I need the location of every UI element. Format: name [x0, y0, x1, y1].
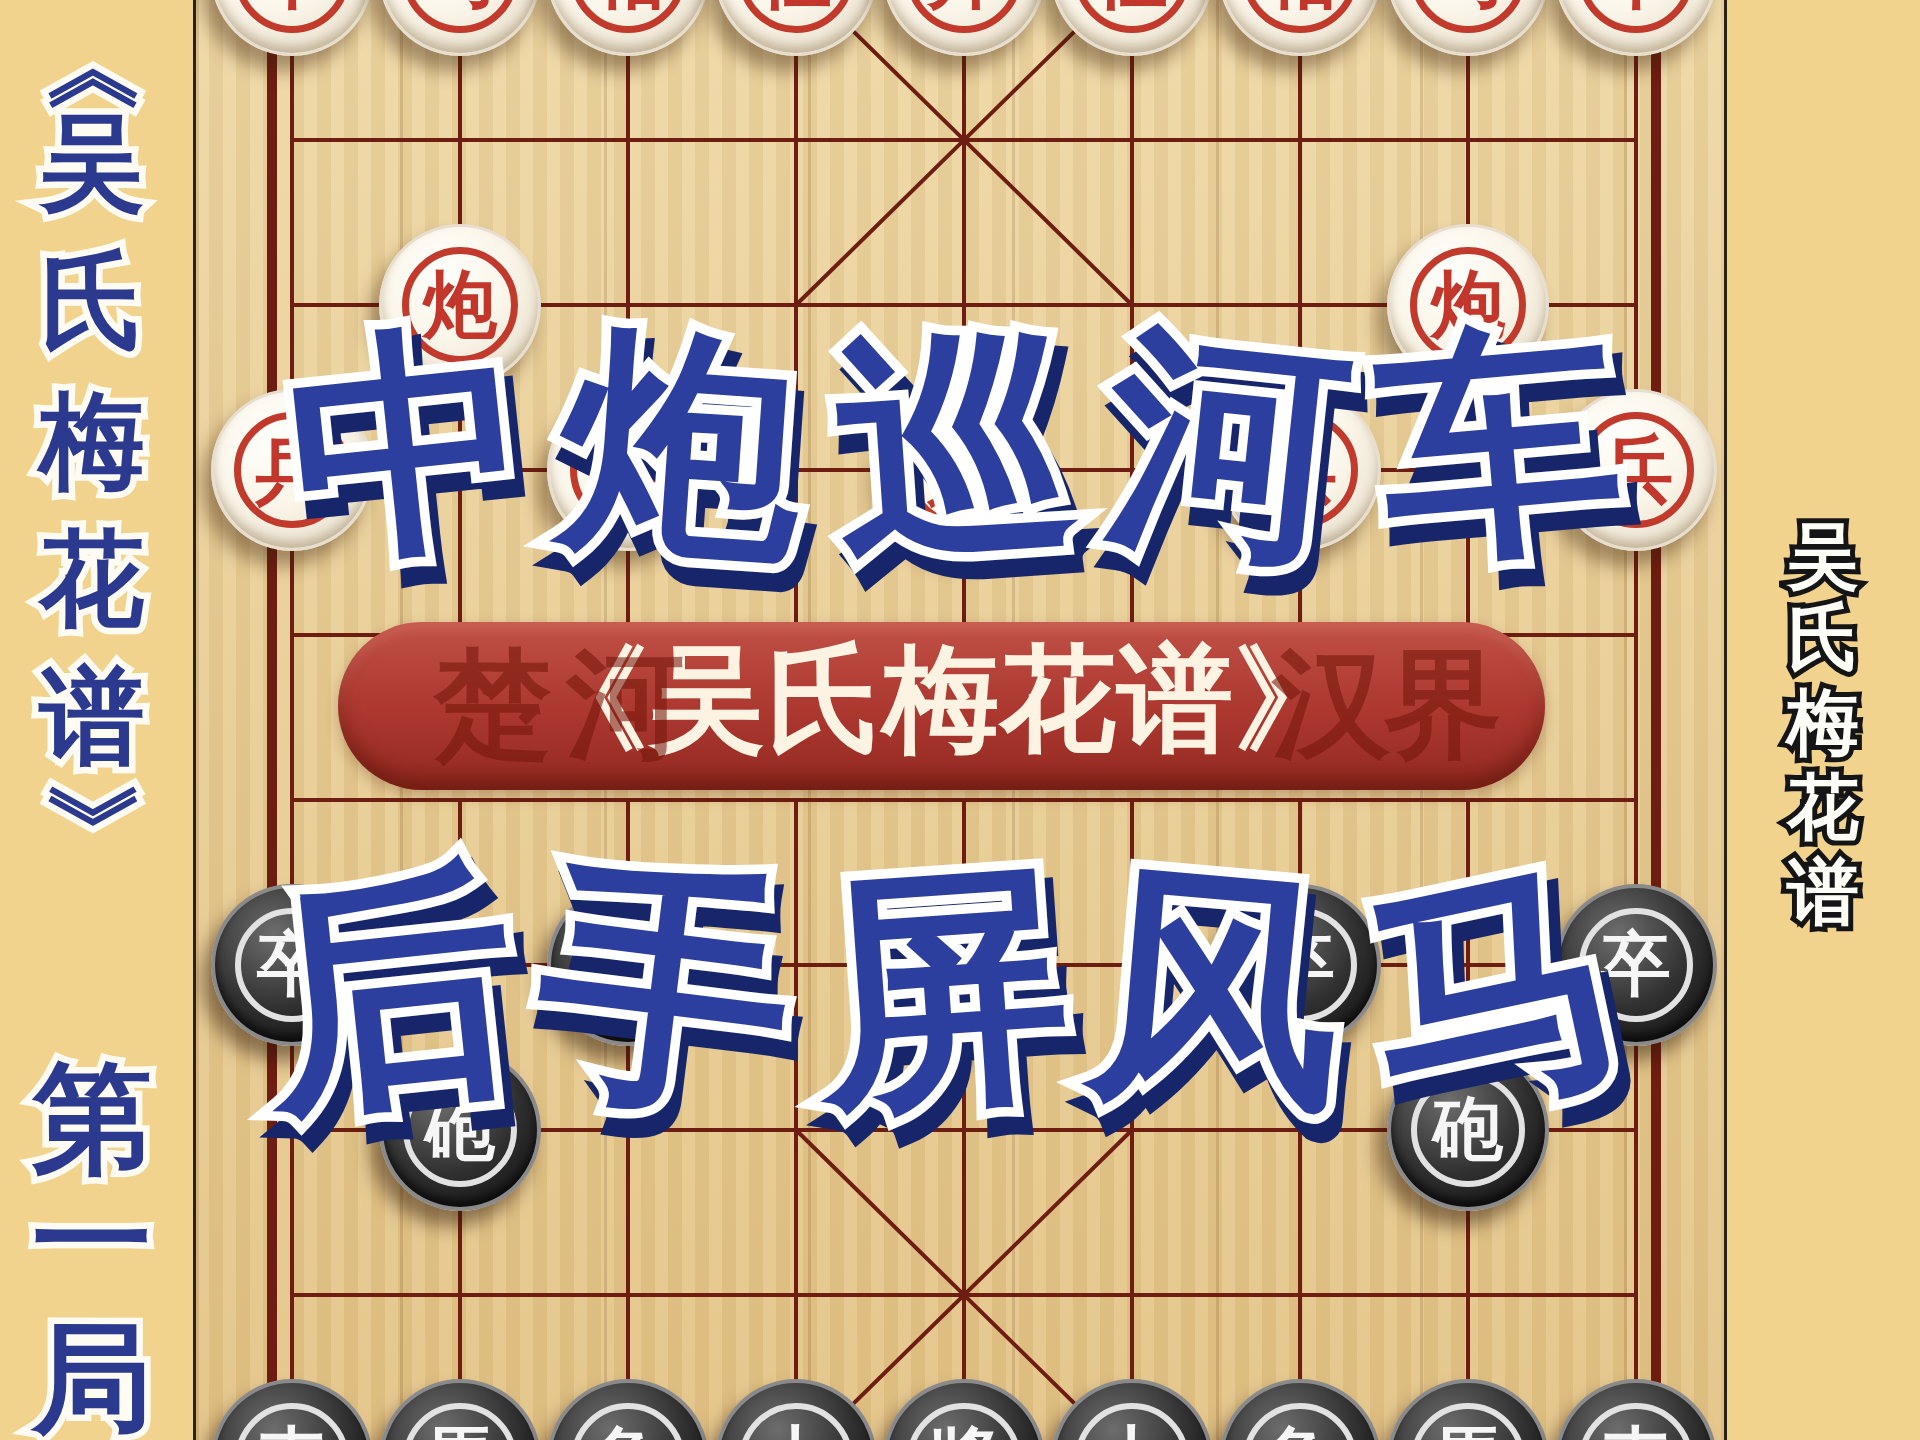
sidebar-character-layer: 吴: [1787, 520, 1859, 592]
sidebar-character-layer: 花: [1787, 771, 1859, 843]
piece-red-车[interactable]: 车: [1555, 0, 1717, 56]
piece-black-車[interactable]: 車: [211, 1379, 373, 1440]
piece-red-相[interactable]: 相: [547, 0, 709, 56]
piece-black-士[interactable]: 士: [715, 1379, 877, 1440]
piece-red-帅[interactable]: 帅: [883, 0, 1045, 56]
piece-character: 相: [1263, 0, 1337, 11]
sidebar-character-layer: 谱: [40, 664, 145, 769]
piece-black-馬[interactable]: 馬: [379, 1379, 541, 1440]
title-character-layer: 炮: [554, 317, 810, 573]
sidebar-character-layer: 谱: [1787, 856, 1859, 928]
piece-character: 象: [1265, 1424, 1335, 1440]
piece-character: 士: [761, 1424, 831, 1440]
piece-character: 將: [929, 1424, 999, 1440]
title-character-layer: 巡: [827, 317, 1083, 573]
river-character: 河: [566, 626, 684, 786]
piece-black-馬[interactable]: 馬: [1387, 1379, 1549, 1440]
piece-black-象[interactable]: 象: [1219, 1379, 1381, 1440]
piece-character: 车: [255, 0, 329, 11]
piece-character: 马: [1431, 0, 1505, 11]
title-character-layer: 屏: [808, 856, 1077, 1125]
title-character-layer: 马: [1345, 841, 1644, 1140]
river-character: 界: [1384, 626, 1502, 786]
sidebar-character-layer: 花: [40, 526, 145, 631]
piece-red-相[interactable]: 相: [1219, 0, 1381, 56]
title-character-layer: 河: [1096, 313, 1360, 577]
title-character-layer: 车: [1370, 315, 1630, 575]
piece-red-马[interactable]: 马: [379, 0, 541, 56]
piece-red-马[interactable]: 马: [1387, 0, 1549, 56]
piece-character: 仕: [1095, 0, 1169, 11]
piece-character: 士: [1097, 1424, 1167, 1440]
sidebar-character-layer: 吴: [40, 110, 145, 215]
piece-black-士[interactable]: 士: [1051, 1379, 1213, 1440]
piece-red-车[interactable]: 车: [211, 0, 373, 56]
piece-character: 仕: [759, 0, 833, 11]
piece-character: 象: [593, 1424, 663, 1440]
piece-red-仕[interactable]: 仕: [715, 0, 877, 56]
sidebar-character-layer: 氏: [40, 248, 145, 353]
sidebar-character-layer: 《: [45, 17, 140, 112]
title-character-layer: 手: [526, 850, 807, 1131]
piece-character: 帅: [927, 0, 1001, 11]
piece-black-象[interactable]: 象: [547, 1379, 709, 1440]
sidebar-character-layer: 梅: [1787, 686, 1859, 758]
piece-character: 車: [257, 1424, 327, 1440]
thumbnail-page: { "game": "xiangqi", "page_type": "video…: [0, 0, 1920, 1440]
piece-character: 相: [591, 0, 665, 11]
river-character: 楚: [434, 626, 552, 786]
title-character-layer: 风: [1081, 853, 1354, 1126]
sidebar-character-layer: 》: [45, 783, 140, 878]
piece-character: 馬: [1433, 1424, 1503, 1440]
piece-character: 車: [1601, 1424, 1671, 1440]
sidebar-character-layer: 一: [32, 1180, 152, 1300]
piece-character: 馬: [425, 1424, 495, 1440]
piece-black-將[interactable]: 將: [883, 1379, 1045, 1440]
sidebar-character-layer: 氏: [1787, 601, 1859, 673]
piece-character: 马: [423, 0, 497, 11]
title-character-layer: 后: [252, 852, 529, 1129]
sidebar-character-layer: 局: [32, 1318, 152, 1438]
piece-black-車[interactable]: 車: [1555, 1379, 1717, 1440]
river-character: 汉: [1272, 626, 1390, 786]
piece-character: 车: [1599, 0, 1673, 11]
title-character-layer: 中: [278, 313, 542, 577]
sidebar-character-layer: 第: [32, 1058, 152, 1178]
sidebar-character-layer: 梅: [40, 388, 145, 493]
piece-red-仕[interactable]: 仕: [1051, 0, 1213, 56]
